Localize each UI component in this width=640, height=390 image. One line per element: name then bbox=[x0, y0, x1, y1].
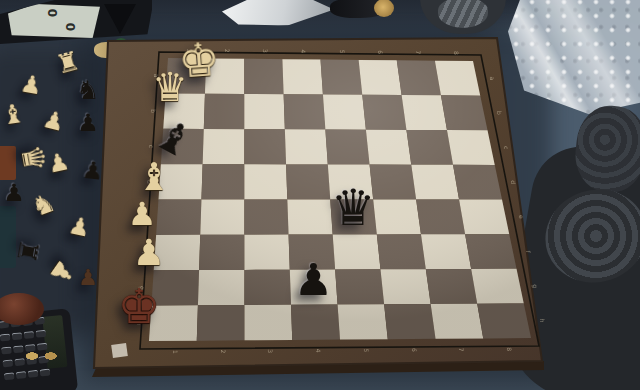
scattered-black-knight: ♞ bbox=[76, 77, 99, 103]
edge-piece-white-pawn: ♟ bbox=[133, 235, 165, 271]
pieces-overlay: ♛♟♚♛♝♝♟♟♚♜♟♞♝♟♟♛♟♟♟♞♟♜♟♟ bbox=[0, 0, 640, 390]
scattered-white-rook: ♜ bbox=[53, 47, 82, 78]
scattered-white-pawn: ♟ bbox=[45, 255, 80, 289]
piece-black-queen-e5: ♛ bbox=[331, 183, 376, 233]
scattered-brown-pawn: ♟ bbox=[78, 267, 98, 289]
scattered-black-rook: ♜ bbox=[13, 238, 43, 265]
piece-black-pawn-g4: ♟ bbox=[294, 258, 333, 302]
scattered-white-knight: ♞ bbox=[28, 188, 59, 220]
edge-piece-red-king: ♚ bbox=[117, 282, 160, 330]
edge-piece-white-pawn: ♟ bbox=[128, 198, 157, 230]
scattered-white-pawn: ♟ bbox=[66, 213, 92, 241]
scattered-black-pawn: ♟ bbox=[81, 158, 105, 184]
scattered-white-pawn: ♟ bbox=[45, 149, 71, 177]
photo-scene: 0 0 11 bbox=[0, 0, 640, 390]
scattered-white-pawn: ♟ bbox=[19, 71, 44, 98]
scattered-black-pawn: ♟ bbox=[3, 181, 25, 205]
edge-piece-white-bishop: ♝ bbox=[137, 158, 171, 196]
edge-piece-white-queen: ♛ bbox=[152, 67, 188, 107]
scattered-black-pawn: ♟ bbox=[77, 111, 99, 135]
scattered-white-pawn: ♟ bbox=[40, 107, 67, 135]
scattered-white-bishop: ♝ bbox=[0, 100, 26, 129]
scattered-white-queen: ♛ bbox=[16, 143, 50, 175]
